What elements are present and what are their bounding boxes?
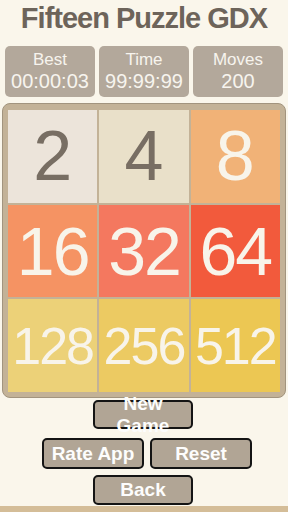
tile-512[interactable]: 512 xyxy=(191,299,280,392)
tile-64[interactable]: 64 xyxy=(191,205,280,298)
tile-128[interactable]: 128 xyxy=(8,299,97,392)
board-grid[interactable]: 248163264128256512 xyxy=(8,110,280,392)
game-board[interactable]: 248163264128256512 xyxy=(2,103,286,398)
moves-value: 200 xyxy=(221,70,254,93)
tile-4[interactable]: 4 xyxy=(99,110,188,203)
time-value: 99:99:99 xyxy=(105,70,183,93)
tile-16[interactable]: 16 xyxy=(8,205,97,298)
new-game-button[interactable]: New Game xyxy=(93,400,193,429)
best-label: Best xyxy=(33,50,67,70)
time-box: Time 99:99:99 xyxy=(99,46,189,97)
tile-2[interactable]: 2 xyxy=(8,110,97,203)
reset-button[interactable]: Reset xyxy=(150,438,252,469)
best-value: 00:00:03 xyxy=(11,70,89,93)
app-screen: Fifteen Puzzle GDX Best 00:00:03 Time 99… xyxy=(0,0,288,512)
tile-256[interactable]: 256 xyxy=(99,299,188,392)
page-title: Fifteen Puzzle GDX xyxy=(0,2,288,35)
back-button[interactable]: Back xyxy=(93,475,193,505)
time-label: Time xyxy=(125,50,162,70)
rate-app-button[interactable]: Rate App xyxy=(42,438,144,469)
moves-label: Moves xyxy=(213,50,263,70)
tile-8[interactable]: 8 xyxy=(191,110,280,203)
moves-box: Moves 200 xyxy=(193,46,283,97)
bottom-strip xyxy=(0,506,288,512)
stats-row: Best 00:00:03 Time 99:99:99 Moves 200 xyxy=(5,46,283,97)
tile-32[interactable]: 32 xyxy=(99,205,188,298)
best-time-box: Best 00:00:03 xyxy=(5,46,95,97)
